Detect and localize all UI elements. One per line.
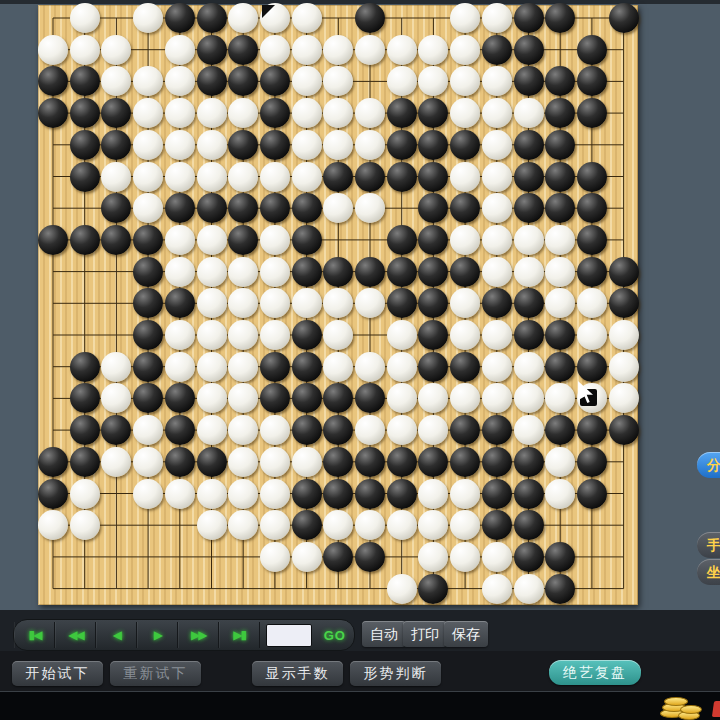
- go-board[interactable]: [38, 5, 638, 605]
- white-stone-E14: [165, 162, 195, 192]
- black-stone-A4: [38, 479, 68, 509]
- white-stone-L15: [355, 130, 385, 160]
- white-stone-O9: [450, 320, 480, 350]
- white-stone-R4: [545, 479, 575, 509]
- white-stone-O19: [450, 3, 480, 33]
- black-stone-T19: [609, 3, 639, 33]
- black-stone-F13: [197, 193, 227, 223]
- black-stone-Q17: [514, 66, 544, 96]
- black-stone-K5: [323, 447, 353, 477]
- black-stone-K11: [323, 257, 353, 287]
- white-stone-J17: [292, 66, 322, 96]
- fast-forward-button[interactable]: ▶▶: [178, 622, 219, 648]
- white-stone-O2: [450, 542, 480, 572]
- black-stone-G18: [228, 35, 258, 65]
- black-stone-S4: [577, 479, 607, 509]
- black-stone-L11: [355, 257, 385, 287]
- white-stone-D16: [133, 98, 163, 128]
- coords-side-label: 坐: [707, 564, 720, 580]
- black-stone-S14: [577, 162, 607, 192]
- black-stone-L5: [355, 447, 385, 477]
- black-stone-H13: [260, 193, 290, 223]
- white-stone-O12: [450, 225, 480, 255]
- white-stone-A3: [38, 510, 68, 540]
- black-stone-M5: [387, 447, 417, 477]
- white-stone-S9: [577, 320, 607, 350]
- white-stone-G14: [228, 162, 258, 192]
- black-stone-N14: [418, 162, 448, 192]
- black-stone-S18: [577, 35, 607, 65]
- black-stone-Q4: [514, 479, 544, 509]
- black-stone-O15: [450, 130, 480, 160]
- black-stone-P6: [482, 415, 512, 445]
- white-stone-R5: [545, 447, 575, 477]
- black-stone-S12: [577, 225, 607, 255]
- black-stone-M11: [387, 257, 417, 287]
- white-stone-H12: [260, 225, 290, 255]
- white-stone-F15: [197, 130, 227, 160]
- white-stone-P12: [482, 225, 512, 255]
- black-stone-B17: [70, 66, 100, 96]
- white-stone-J18: [292, 35, 322, 65]
- white-stone-L8: [355, 352, 385, 382]
- black-stone-B12: [70, 225, 100, 255]
- black-stone-D12: [133, 225, 163, 255]
- black-stone-P18: [482, 35, 512, 65]
- print-button[interactable]: 打印: [403, 621, 447, 647]
- white-stone-E11: [165, 257, 195, 287]
- black-stone-B15: [70, 130, 100, 160]
- white-stone-G4: [228, 479, 258, 509]
- black-stone-D9: [133, 320, 163, 350]
- step-back-button[interactable]: ◀: [96, 622, 137, 648]
- white-stone-J10: [292, 288, 322, 318]
- play-button[interactable]: ▶: [137, 622, 178, 648]
- black-stone-S16: [577, 98, 607, 128]
- black-stone-R14: [545, 162, 575, 192]
- black-stone-Q15: [514, 130, 544, 160]
- white-stone-L3: [355, 510, 385, 540]
- white-stone-F10: [197, 288, 227, 318]
- black-stone-N5: [418, 447, 448, 477]
- black-stone-E7: [165, 383, 195, 413]
- black-stone-R19: [545, 3, 575, 33]
- black-stone-L4: [355, 479, 385, 509]
- show-moves-button[interactable]: 显示手数: [252, 661, 343, 686]
- black-stone-P3: [482, 510, 512, 540]
- white-stone-K18: [323, 35, 353, 65]
- triangle-marker-icon: [262, 5, 275, 18]
- black-stone-R1: [545, 574, 575, 604]
- white-stone-S10: [577, 288, 607, 318]
- white-stone-P9: [482, 320, 512, 350]
- white-stone-J2: [292, 542, 322, 572]
- black-stone-R8: [545, 352, 575, 382]
- black-stone-B8: [70, 352, 100, 382]
- white-stone-O14: [450, 162, 480, 192]
- partial-red-glyph: [712, 701, 720, 717]
- black-stone-B6: [70, 415, 100, 445]
- white-stone-Q8: [514, 352, 544, 382]
- coords-side-button[interactable]: 坐: [697, 559, 720, 585]
- black-stone-Q2: [514, 542, 544, 572]
- white-stone-M18: [387, 35, 417, 65]
- black-stone-S13: [577, 193, 607, 223]
- white-stone-T8: [609, 352, 639, 382]
- black-stone-A12: [38, 225, 68, 255]
- black-stone-S5: [577, 447, 607, 477]
- black-stone-K4: [323, 479, 353, 509]
- black-stone-D8: [133, 352, 163, 382]
- black-stone-G15: [228, 130, 258, 160]
- black-stone-Q18: [514, 35, 544, 65]
- black-stone-E6: [165, 415, 195, 445]
- black-stone-Q19: [514, 3, 544, 33]
- white-stone-C5: [101, 447, 131, 477]
- white-stone-H9: [260, 320, 290, 350]
- black-stone-J8: [292, 352, 322, 382]
- white-stone-D5: [133, 447, 163, 477]
- black-stone-J13: [292, 193, 322, 223]
- white-stone-T7: [609, 383, 639, 413]
- black-stone-M14: [387, 162, 417, 192]
- white-stone-D19: [133, 3, 163, 33]
- black-stone-H8: [260, 352, 290, 382]
- black-stone-O11: [450, 257, 480, 287]
- black-stone-Q10: [514, 288, 544, 318]
- moves-side-label: 手: [707, 537, 720, 553]
- white-stone-O4: [450, 479, 480, 509]
- white-stone-P16: [482, 98, 512, 128]
- white-stone-B19: [70, 3, 100, 33]
- white-stone-D6: [133, 415, 163, 445]
- white-stone-E18: [165, 35, 195, 65]
- white-stone-J14: [292, 162, 322, 192]
- black-stone-A5: [38, 447, 68, 477]
- white-stone-N18: [418, 35, 448, 65]
- black-stone-R15: [545, 130, 575, 160]
- white-stone-B3: [70, 510, 100, 540]
- white-stone-H18: [260, 35, 290, 65]
- window-top-edge: [0, 0, 720, 4]
- white-stone-P7: [482, 383, 512, 413]
- white-stone-P15: [482, 130, 512, 160]
- black-stone-T10: [609, 288, 639, 318]
- white-stone-P14: [482, 162, 512, 192]
- black-stone-R2: [545, 542, 575, 572]
- black-stone-F5: [197, 447, 227, 477]
- white-stone-R11: [545, 257, 575, 287]
- white-stone-G9: [228, 320, 258, 350]
- white-stone-C14: [101, 162, 131, 192]
- black-stone-N15: [418, 130, 448, 160]
- white-stone-F16: [197, 98, 227, 128]
- footer-bar: [0, 691, 720, 720]
- playback-bar: ▮◀◀◀◀▶▶▶▶▮ GO: [13, 619, 355, 651]
- moves-side-button[interactable]: 手: [697, 532, 720, 558]
- restart-trial-button[interactable]: 重新试下: [110, 661, 201, 686]
- black-stone-E5: [165, 447, 195, 477]
- white-stone-E16: [165, 98, 195, 128]
- black-stone-S6: [577, 415, 607, 445]
- black-stone-H16: [260, 98, 290, 128]
- white-stone-K15: [323, 130, 353, 160]
- black-stone-B14: [70, 162, 100, 192]
- black-stone-J6: [292, 415, 322, 445]
- white-stone-M1: [387, 574, 417, 604]
- white-stone-O16: [450, 98, 480, 128]
- white-stone-F7: [197, 383, 227, 413]
- white-stone-Q11: [514, 257, 544, 287]
- white-stone-P17: [482, 66, 512, 96]
- rewind-button[interactable]: ◀◀: [55, 622, 96, 648]
- judge-position-button[interactable]: 形势判断: [350, 661, 441, 686]
- white-stone-T9: [609, 320, 639, 350]
- black-stone-M16: [387, 98, 417, 128]
- white-stone-G5: [228, 447, 258, 477]
- white-stone-R12: [545, 225, 575, 255]
- auto-button[interactable]: 自动: [362, 621, 406, 647]
- black-stone-K2: [323, 542, 353, 572]
- white-stone-M6: [387, 415, 417, 445]
- white-stone-E4: [165, 479, 195, 509]
- ai-review-button[interactable]: 绝艺复盘: [549, 660, 641, 685]
- black-stone-S11: [577, 257, 607, 287]
- save-button[interactable]: 保存: [444, 621, 488, 647]
- white-stone-F12: [197, 225, 227, 255]
- white-stone-C8: [101, 352, 131, 382]
- black-stone-N8: [418, 352, 448, 382]
- white-stone-H11: [260, 257, 290, 287]
- white-stone-M7: [387, 383, 417, 413]
- white-stone-E8: [165, 352, 195, 382]
- black-stone-C15: [101, 130, 131, 160]
- white-stone-L16: [355, 98, 385, 128]
- white-stone-H2: [260, 542, 290, 572]
- black-stone-M15: [387, 130, 417, 160]
- white-stone-F14: [197, 162, 227, 192]
- white-stone-O18: [450, 35, 480, 65]
- black-stone-L14: [355, 162, 385, 192]
- black-stone-P5: [482, 447, 512, 477]
- black-stone-P4: [482, 479, 512, 509]
- white-stone-Q12: [514, 225, 544, 255]
- white-stone-M17: [387, 66, 417, 96]
- white-stone-H6: [260, 415, 290, 445]
- white-stone-F3: [197, 510, 227, 540]
- white-stone-P2: [482, 542, 512, 572]
- black-stone-B7: [70, 383, 100, 413]
- black-stone-J9: [292, 320, 322, 350]
- black-stone-T11: [609, 257, 639, 287]
- white-stone-C18: [101, 35, 131, 65]
- black-stone-E10: [165, 288, 195, 318]
- coins-icon: [660, 695, 704, 720]
- white-stone-A18: [38, 35, 68, 65]
- share-side-label: 分: [707, 457, 720, 473]
- black-stone-O8: [450, 352, 480, 382]
- white-stone-P19: [482, 3, 512, 33]
- black-stone-Q9: [514, 320, 544, 350]
- black-stone-M10: [387, 288, 417, 318]
- black-stone-O5: [450, 447, 480, 477]
- black-stone-F17: [197, 66, 227, 96]
- white-stone-E9: [165, 320, 195, 350]
- black-stone-Q3: [514, 510, 544, 540]
- white-stone-P13: [482, 193, 512, 223]
- share-side-button[interactable]: 分: [697, 452, 720, 478]
- white-stone-D15: [133, 130, 163, 160]
- white-stone-J16: [292, 98, 322, 128]
- white-stone-F4: [197, 479, 227, 509]
- white-stone-J19: [292, 3, 322, 33]
- black-stone-Q5: [514, 447, 544, 477]
- white-stone-M3: [387, 510, 417, 540]
- black-stone-Q13: [514, 193, 544, 223]
- white-stone-E15: [165, 130, 195, 160]
- app-window: 分 手 坐 ▮◀◀◀◀▶▶▶▶▮ GO 自动 打印 保存 开始试下 重新试下 显…: [0, 0, 720, 720]
- black-stone-L2: [355, 542, 385, 572]
- black-stone-K14: [323, 162, 353, 192]
- white-stone-D4: [133, 479, 163, 509]
- black-stone-D11: [133, 257, 163, 287]
- white-stone-B18: [70, 35, 100, 65]
- mouse-cursor: [578, 381, 602, 411]
- black-stone-F19: [197, 3, 227, 33]
- black-stone-L19: [355, 3, 385, 33]
- white-stone-E17: [165, 66, 195, 96]
- white-stone-L18: [355, 35, 385, 65]
- white-stone-L6: [355, 415, 385, 445]
- white-stone-N4: [418, 479, 448, 509]
- black-stone-M4: [387, 479, 417, 509]
- black-stone-E19: [165, 3, 195, 33]
- move-number-input[interactable]: [266, 624, 312, 647]
- white-stone-G8: [228, 352, 258, 382]
- white-stone-Q16: [514, 98, 544, 128]
- black-stone-O6: [450, 415, 480, 445]
- skip-end-button[interactable]: ▶▮: [219, 622, 260, 648]
- black-stone-E13: [165, 193, 195, 223]
- white-stone-L13: [355, 193, 385, 223]
- black-stone-S8: [577, 352, 607, 382]
- white-stone-G11: [228, 257, 258, 287]
- black-stone-J4: [292, 479, 322, 509]
- black-stone-J7: [292, 383, 322, 413]
- black-stone-N11: [418, 257, 448, 287]
- black-stone-N1: [418, 574, 448, 604]
- white-stone-G19: [228, 3, 258, 33]
- white-stone-F11: [197, 257, 227, 287]
- skip-start-button[interactable]: ▮◀: [14, 622, 55, 648]
- black-stone-T6: [609, 415, 639, 445]
- white-stone-Q1: [514, 574, 544, 604]
- black-stone-B5: [70, 447, 100, 477]
- white-stone-F6: [197, 415, 227, 445]
- white-stone-H5: [260, 447, 290, 477]
- white-stone-H3: [260, 510, 290, 540]
- black-stone-J11: [292, 257, 322, 287]
- black-stone-A16: [38, 98, 68, 128]
- white-stone-Q7: [514, 383, 544, 413]
- black-stone-M12: [387, 225, 417, 255]
- white-stone-E12: [165, 225, 195, 255]
- go-button[interactable]: GO: [316, 628, 354, 643]
- black-stone-F18: [197, 35, 227, 65]
- white-stone-P8: [482, 352, 512, 382]
- white-stone-M9: [387, 320, 417, 350]
- black-stone-J12: [292, 225, 322, 255]
- black-stone-P10: [482, 288, 512, 318]
- start-trial-button[interactable]: 开始试下: [12, 661, 103, 686]
- white-stone-D14: [133, 162, 163, 192]
- white-stone-J15: [292, 130, 322, 160]
- white-stone-J5: [292, 447, 322, 477]
- black-stone-G12: [228, 225, 258, 255]
- white-stone-H14: [260, 162, 290, 192]
- black-stone-B16: [70, 98, 100, 128]
- black-stone-R9: [545, 320, 575, 350]
- black-stone-J3: [292, 510, 322, 540]
- white-stone-P1: [482, 574, 512, 604]
- white-stone-Q6: [514, 415, 544, 445]
- black-stone-Q14: [514, 162, 544, 192]
- white-stone-H10: [260, 288, 290, 318]
- white-stone-P11: [482, 257, 512, 287]
- white-stone-H4: [260, 479, 290, 509]
- white-stone-K8: [323, 352, 353, 382]
- black-stone-H15: [260, 130, 290, 160]
- white-stone-M8: [387, 352, 417, 382]
- white-stone-B4: [70, 479, 100, 509]
- white-stone-F8: [197, 352, 227, 382]
- white-stone-F9: [197, 320, 227, 350]
